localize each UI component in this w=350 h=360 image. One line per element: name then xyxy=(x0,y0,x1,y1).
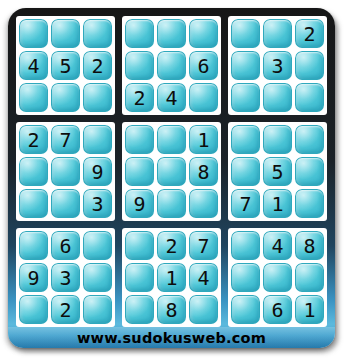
box-r3c2: 27148 xyxy=(122,228,221,327)
cell-r4c1[interactable]: 2 xyxy=(19,125,48,154)
cell-r9c1[interactable] xyxy=(19,295,48,324)
cell-value: 1 xyxy=(197,130,209,150)
sudoku-board: 4526242327931895716932271484861 www.sudo… xyxy=(8,8,335,348)
cell-r1c7[interactable] xyxy=(231,19,260,48)
cell-r8c7[interactable] xyxy=(231,263,260,292)
cell-r9c2[interactable]: 2 xyxy=(51,295,80,324)
cell-r7c7[interactable] xyxy=(231,231,260,260)
cell-r2c8[interactable]: 3 xyxy=(263,51,292,80)
cell-r8c5[interactable]: 1 xyxy=(157,263,186,292)
cell-value: 2 xyxy=(165,236,177,256)
cell-value: 5 xyxy=(59,56,71,76)
website-url[interactable]: www.sudokusweb.com xyxy=(77,330,266,346)
cell-value: 8 xyxy=(303,236,315,256)
cell-r9c4[interactable] xyxy=(125,295,154,324)
cell-r3c2[interactable] xyxy=(51,83,80,112)
cell-r1c5[interactable] xyxy=(157,19,186,48)
cell-r9c6[interactable] xyxy=(189,295,218,324)
cell-r7c2[interactable]: 6 xyxy=(51,231,80,260)
cell-r9c7[interactable] xyxy=(231,295,260,324)
cell-value: 6 xyxy=(271,300,283,320)
cell-r5c2[interactable] xyxy=(51,157,80,186)
cell-r1c4[interactable] xyxy=(125,19,154,48)
cell-r2c5[interactable] xyxy=(157,51,186,80)
cell-r5c5[interactable] xyxy=(157,157,186,186)
cell-r4c4[interactable] xyxy=(125,125,154,154)
cell-r5c3[interactable]: 9 xyxy=(83,157,112,186)
cell-r4c9[interactable] xyxy=(295,125,324,154)
box-r1c1: 452 xyxy=(16,16,115,115)
cell-r8c9[interactable] xyxy=(295,263,324,292)
cell-value: 2 xyxy=(59,300,71,320)
cell-r7c9[interactable]: 8 xyxy=(295,231,324,260)
cell-r6c6[interactable] xyxy=(189,189,218,218)
cell-value: 7 xyxy=(239,194,251,214)
cell-value: 2 xyxy=(91,56,103,76)
cell-r5c6[interactable]: 8 xyxy=(189,157,218,186)
cell-r6c2[interactable] xyxy=(51,189,80,218)
cell-value: 5 xyxy=(271,162,283,182)
cell-value: 4 xyxy=(197,268,209,288)
cell-r2c9[interactable] xyxy=(295,51,324,80)
cell-r8c3[interactable] xyxy=(83,263,112,292)
cell-r1c6[interactable] xyxy=(189,19,218,48)
cell-r1c1[interactable] xyxy=(19,19,48,48)
cell-value: 8 xyxy=(165,300,177,320)
cell-r1c2[interactable] xyxy=(51,19,80,48)
cell-r1c8[interactable] xyxy=(263,19,292,48)
cell-r8c8[interactable] xyxy=(263,263,292,292)
box-r3c3: 4861 xyxy=(228,228,327,327)
cell-r3c1[interactable] xyxy=(19,83,48,112)
cell-r5c1[interactable] xyxy=(19,157,48,186)
box-r3c1: 6932 xyxy=(16,228,115,327)
cell-value: 2 xyxy=(303,24,315,44)
cell-r4c2[interactable]: 7 xyxy=(51,125,80,154)
cell-r2c2[interactable]: 5 xyxy=(51,51,80,80)
cell-r6c3[interactable]: 3 xyxy=(83,189,112,218)
cell-r4c8[interactable] xyxy=(263,125,292,154)
cell-r3c3[interactable] xyxy=(83,83,112,112)
cell-value: 2 xyxy=(133,88,145,108)
cell-value: 4 xyxy=(271,236,283,256)
cell-r8c1[interactable]: 9 xyxy=(19,263,48,292)
cell-r2c4[interactable] xyxy=(125,51,154,80)
box-r1c2: 624 xyxy=(122,16,221,115)
cell-r9c8[interactable]: 6 xyxy=(263,295,292,324)
cell-r9c9[interactable]: 1 xyxy=(295,295,324,324)
cell-r6c5[interactable] xyxy=(157,189,186,218)
cell-r8c6[interactable]: 4 xyxy=(189,263,218,292)
cell-r1c3[interactable] xyxy=(83,19,112,48)
cell-value: 4 xyxy=(165,88,177,108)
cell-value: 9 xyxy=(27,268,39,288)
cell-r4c5[interactable] xyxy=(157,125,186,154)
cell-value: 6 xyxy=(59,236,71,256)
cell-r1c9[interactable]: 2 xyxy=(295,19,324,48)
cell-r7c4[interactable] xyxy=(125,231,154,260)
cell-r4c6[interactable]: 1 xyxy=(189,125,218,154)
sudoku-grid: 4526242327931895716932271484861 xyxy=(16,16,327,327)
footer-bar: www.sudokusweb.com xyxy=(8,327,335,348)
box-r2c2: 189 xyxy=(122,122,221,221)
cell-r6c7[interactable]: 7 xyxy=(231,189,260,218)
box-r2c3: 571 xyxy=(228,122,327,221)
cell-value: 9 xyxy=(91,162,103,182)
cell-r3c4[interactable]: 2 xyxy=(125,83,154,112)
cell-r6c9[interactable] xyxy=(295,189,324,218)
cell-value: 3 xyxy=(91,194,103,214)
cell-value: 3 xyxy=(59,268,71,288)
cell-value: 1 xyxy=(271,194,283,214)
cell-r3c6[interactable] xyxy=(189,83,218,112)
cell-r7c5[interactable]: 2 xyxy=(157,231,186,260)
cell-r8c2[interactable]: 3 xyxy=(51,263,80,292)
cell-r5c8[interactable]: 5 xyxy=(263,157,292,186)
cell-r9c3[interactable] xyxy=(83,295,112,324)
cell-r6c1[interactable] xyxy=(19,189,48,218)
cell-value: 3 xyxy=(271,56,283,76)
cell-value: 4 xyxy=(27,56,39,76)
cell-value: 8 xyxy=(197,162,209,182)
cell-value: 1 xyxy=(165,268,177,288)
cell-r5c9[interactable] xyxy=(295,157,324,186)
cell-value: 1 xyxy=(303,300,315,320)
cell-r8c4[interactable] xyxy=(125,263,154,292)
cell-r6c4[interactable]: 9 xyxy=(125,189,154,218)
cell-r9c5[interactable]: 8 xyxy=(157,295,186,324)
box-r1c3: 23 xyxy=(228,16,327,115)
cell-r3c9[interactable] xyxy=(295,83,324,112)
cell-r3c5[interactable]: 4 xyxy=(157,83,186,112)
cell-r6c8[interactable]: 1 xyxy=(263,189,292,218)
cell-value: 7 xyxy=(197,236,209,256)
cell-r3c8[interactable] xyxy=(263,83,292,112)
box-r2c1: 2793 xyxy=(16,122,115,221)
cell-r4c3[interactable] xyxy=(83,125,112,154)
cell-r3c7[interactable] xyxy=(231,83,260,112)
cell-r2c7[interactable] xyxy=(231,51,260,80)
sudoku-page: 4526242327931895716932271484861 www.sudo… xyxy=(0,0,350,360)
cell-r7c1[interactable] xyxy=(19,231,48,260)
cell-r2c1[interactable]: 4 xyxy=(19,51,48,80)
cell-r7c6[interactable]: 7 xyxy=(189,231,218,260)
cell-value: 7 xyxy=(59,130,71,150)
cell-r4c7[interactable] xyxy=(231,125,260,154)
cell-r2c3[interactable]: 2 xyxy=(83,51,112,80)
cell-r5c4[interactable] xyxy=(125,157,154,186)
cell-value: 9 xyxy=(133,194,145,214)
cell-r7c3[interactable] xyxy=(83,231,112,260)
cell-r7c8[interactable]: 4 xyxy=(263,231,292,260)
cell-value: 6 xyxy=(197,56,209,76)
cell-r2c6[interactable]: 6 xyxy=(189,51,218,80)
cell-value: 2 xyxy=(27,130,39,150)
cell-r5c7[interactable] xyxy=(231,157,260,186)
